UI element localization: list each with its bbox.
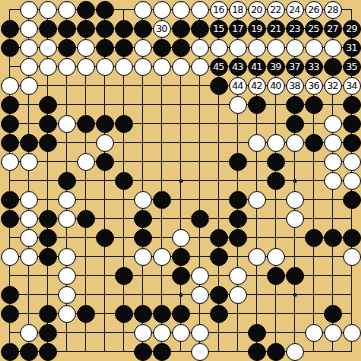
move-number-label: 41 xyxy=(251,62,262,72)
white-stone xyxy=(248,134,266,152)
black-stone xyxy=(115,305,133,323)
black-stone xyxy=(96,1,114,19)
black-stone: 15 xyxy=(210,20,228,38)
black-stone xyxy=(343,134,361,152)
move-number-label: 40 xyxy=(270,81,281,91)
white-stone: 26 xyxy=(305,1,323,19)
black-stone xyxy=(210,305,228,323)
black-stone xyxy=(210,286,228,304)
move-number-label: 23 xyxy=(289,24,300,34)
move-number-label: 45 xyxy=(213,62,224,72)
black-stone xyxy=(191,20,209,38)
white-stone xyxy=(305,324,323,342)
black-stone xyxy=(115,39,133,57)
white-stone xyxy=(172,58,190,76)
black-stone xyxy=(115,267,133,285)
move-number-label: 19 xyxy=(251,24,262,34)
black-stone xyxy=(96,229,114,247)
black-stone xyxy=(210,248,228,266)
move-number-label: 29 xyxy=(346,24,357,34)
black-stone xyxy=(39,210,57,228)
white-stone xyxy=(1,153,19,171)
white-stone xyxy=(191,58,209,76)
black-stone: 37 xyxy=(286,58,304,76)
white-stone xyxy=(39,1,57,19)
white-stone xyxy=(191,267,209,285)
star-point xyxy=(179,179,183,183)
black-stone xyxy=(58,39,76,57)
move-number-label: 38 xyxy=(289,81,300,91)
black-stone: 25 xyxy=(305,20,323,38)
white-stone xyxy=(248,39,266,57)
move-number-label: 17 xyxy=(232,24,243,34)
white-stone xyxy=(39,58,57,76)
move-number-label: 34 xyxy=(346,81,357,91)
white-stone xyxy=(324,39,342,57)
move-number-label: 43 xyxy=(232,62,243,72)
black-stone xyxy=(96,20,114,38)
white-stone xyxy=(267,248,285,266)
black-stone xyxy=(134,210,152,228)
black-stone: 21 xyxy=(267,20,285,38)
black-stone xyxy=(172,267,190,285)
black-stone xyxy=(305,229,323,247)
move-number-label: 24 xyxy=(289,5,300,15)
move-number-label: 22 xyxy=(270,5,281,15)
white-stone xyxy=(153,58,171,76)
black-stone xyxy=(1,115,19,133)
black-stone xyxy=(153,343,171,361)
black-stone xyxy=(1,286,19,304)
white-stone: 42 xyxy=(248,77,266,95)
white-stone xyxy=(286,191,304,209)
black-stone xyxy=(324,229,342,247)
black-stone xyxy=(153,39,171,57)
move-number-label: 44 xyxy=(232,81,243,91)
white-stone xyxy=(96,134,114,152)
move-number-label: 37 xyxy=(289,62,300,72)
move-number-label: 33 xyxy=(308,62,319,72)
black-stone xyxy=(20,134,38,152)
black-stone xyxy=(1,210,19,228)
black-stone xyxy=(267,343,285,361)
white-stone xyxy=(20,58,38,76)
white-stone xyxy=(324,153,342,171)
white-stone xyxy=(20,77,38,95)
black-stone xyxy=(172,248,190,266)
white-stone xyxy=(324,134,342,152)
white-stone: 32 xyxy=(324,77,342,95)
white-stone xyxy=(172,229,190,247)
black-stone: 45 xyxy=(210,58,228,76)
white-stone xyxy=(20,20,38,38)
white-stone xyxy=(58,248,76,266)
black-stone xyxy=(248,324,266,342)
black-stone xyxy=(96,153,114,171)
white-stone xyxy=(77,153,95,171)
white-stone xyxy=(343,324,361,342)
black-stone xyxy=(1,305,19,323)
white-stone: 40 xyxy=(267,77,285,95)
white-stone xyxy=(58,115,76,133)
black-stone: 23 xyxy=(286,20,304,38)
move-number-label: 31 xyxy=(346,43,357,53)
black-stone xyxy=(134,343,152,361)
black-stone xyxy=(343,191,361,209)
black-stone xyxy=(96,115,114,133)
white-stone xyxy=(20,39,38,57)
black-stone: 39 xyxy=(267,58,285,76)
white-stone xyxy=(229,267,247,285)
black-stone: 27 xyxy=(324,20,342,38)
black-stone: 29 xyxy=(343,20,361,38)
white-stone xyxy=(1,77,19,95)
white-stone xyxy=(96,58,114,76)
black-stone xyxy=(343,229,361,247)
black-stone xyxy=(115,115,133,133)
white-stone: 38 xyxy=(286,77,304,95)
move-number-label: 30 xyxy=(156,24,167,34)
black-stone xyxy=(286,267,304,285)
white-stone xyxy=(134,39,152,57)
black-stone: 35 xyxy=(343,58,361,76)
black-stone xyxy=(58,172,76,190)
black-stone xyxy=(77,210,95,228)
white-stone xyxy=(77,39,95,57)
black-stone: 31 xyxy=(343,39,361,57)
white-stone xyxy=(134,1,152,19)
black-stone xyxy=(1,134,19,152)
white-stone xyxy=(134,191,152,209)
white-stone xyxy=(20,324,38,342)
black-stone xyxy=(1,191,19,209)
white-stone: 34 xyxy=(343,77,361,95)
white-stone xyxy=(172,324,190,342)
black-stone xyxy=(1,39,19,57)
white-stone: 24 xyxy=(286,1,304,19)
move-number-label: 32 xyxy=(327,81,338,91)
black-stone xyxy=(324,305,342,323)
black-stone xyxy=(191,210,209,228)
white-stone: 20 xyxy=(248,1,266,19)
white-stone xyxy=(20,1,38,19)
black-stone xyxy=(210,77,228,95)
white-stone xyxy=(20,210,38,228)
black-stone xyxy=(229,229,247,247)
move-number-label: 27 xyxy=(327,24,338,34)
move-number-label: 28 xyxy=(327,5,338,15)
black-stone xyxy=(248,343,266,361)
move-number-label: 25 xyxy=(308,24,319,34)
black-stone xyxy=(286,96,304,114)
white-stone xyxy=(191,286,209,304)
white-stone xyxy=(248,248,266,266)
star-point xyxy=(293,293,297,297)
black-stone xyxy=(343,96,361,114)
white-stone xyxy=(58,1,76,19)
white-stone xyxy=(343,172,361,190)
go-board[interactable]: 1618202224262830151719212325272931454341… xyxy=(0,0,361,361)
move-number-label: 16 xyxy=(213,5,224,15)
black-stone xyxy=(1,20,19,38)
move-number-label: 39 xyxy=(270,62,281,72)
white-stone xyxy=(20,248,38,266)
white-stone: 36 xyxy=(305,77,323,95)
black-stone xyxy=(172,20,190,38)
black-stone xyxy=(305,96,323,114)
white-stone xyxy=(210,39,228,57)
white-stone xyxy=(267,134,285,152)
white-stone xyxy=(324,324,342,342)
white-stone: 44 xyxy=(229,77,247,95)
white-stone xyxy=(286,343,304,361)
white-stone: 28 xyxy=(324,1,342,19)
black-stone xyxy=(210,229,228,247)
black-stone xyxy=(229,191,247,209)
black-stone xyxy=(1,343,19,361)
black-stone xyxy=(39,134,57,152)
black-stone xyxy=(39,115,57,133)
move-number-label: 36 xyxy=(308,81,319,91)
white-stone xyxy=(229,96,247,114)
white-stone xyxy=(191,343,209,361)
star-point xyxy=(179,293,183,297)
black-stone xyxy=(153,305,171,323)
white-stone xyxy=(153,248,171,266)
black-stone: 19 xyxy=(248,20,266,38)
white-stone xyxy=(172,1,190,19)
black-stone xyxy=(286,115,304,133)
black-stone xyxy=(153,191,171,209)
white-stone xyxy=(58,191,76,209)
black-stone xyxy=(77,20,95,38)
black-stone xyxy=(1,96,19,114)
white-stone xyxy=(248,191,266,209)
black-stone xyxy=(267,153,285,171)
white-stone xyxy=(324,172,342,190)
black-stone xyxy=(39,324,57,342)
white-stone: 18 xyxy=(229,1,247,19)
black-stone xyxy=(77,1,95,19)
black-stone xyxy=(96,39,114,57)
black-stone: 41 xyxy=(248,58,266,76)
white-stone xyxy=(115,58,133,76)
white-stone xyxy=(58,210,76,228)
white-stone: 22 xyxy=(267,1,285,19)
black-stone xyxy=(134,229,152,247)
white-stone xyxy=(58,305,76,323)
white-stone xyxy=(153,1,171,19)
white-stone xyxy=(267,39,285,57)
black-stone xyxy=(39,229,57,247)
move-number-label: 35 xyxy=(346,62,357,72)
move-number-label: 26 xyxy=(308,5,319,15)
white-stone xyxy=(39,39,57,57)
white-stone xyxy=(229,286,247,304)
black-stone xyxy=(39,343,57,361)
black-stone xyxy=(39,248,57,266)
black-stone xyxy=(267,172,285,190)
white-stone xyxy=(191,1,209,19)
black-stone xyxy=(248,96,266,114)
move-number-label: 15 xyxy=(213,24,224,34)
move-number-label: 42 xyxy=(251,81,262,91)
white-stone: 30 xyxy=(153,20,171,38)
white-stone xyxy=(286,134,304,152)
white-stone xyxy=(134,324,152,342)
white-stone xyxy=(77,58,95,76)
white-stone xyxy=(58,267,76,285)
white-stone xyxy=(286,39,304,57)
white-stone: 16 xyxy=(210,1,228,19)
black-stone xyxy=(39,305,57,323)
white-stone xyxy=(286,210,304,228)
black-stone xyxy=(229,210,247,228)
white-stone xyxy=(20,191,38,209)
white-stone xyxy=(134,58,152,76)
black-stone xyxy=(134,20,152,38)
white-stone xyxy=(134,248,152,266)
black-stone xyxy=(20,343,38,361)
black-stone: 33 xyxy=(305,58,323,76)
black-stone xyxy=(172,305,190,323)
white-stone xyxy=(229,39,247,57)
black-stone xyxy=(39,20,57,38)
white-stone xyxy=(324,115,342,133)
black-stone xyxy=(115,20,133,38)
white-stone xyxy=(191,39,209,57)
black-stone xyxy=(58,20,76,38)
black-stone xyxy=(77,305,95,323)
star-point xyxy=(293,179,297,183)
white-stone xyxy=(153,324,171,342)
white-stone xyxy=(343,248,361,266)
black-stone: 43 xyxy=(229,58,247,76)
move-number-label: 20 xyxy=(251,5,262,15)
black-stone xyxy=(343,115,361,133)
black-stone xyxy=(172,39,190,57)
black-stone: 17 xyxy=(229,20,247,38)
white-stone xyxy=(305,39,323,57)
move-number-label: 21 xyxy=(270,24,281,34)
white-stone xyxy=(58,58,76,76)
black-stone xyxy=(77,115,95,133)
white-stone xyxy=(191,324,209,342)
white-stone xyxy=(20,229,38,247)
black-stone xyxy=(39,96,57,114)
black-stone xyxy=(324,58,342,76)
black-stone xyxy=(305,134,323,152)
white-stone xyxy=(1,248,19,266)
white-stone xyxy=(343,153,361,171)
black-stone xyxy=(267,267,285,285)
white-stone xyxy=(20,153,38,171)
black-stone xyxy=(115,172,133,190)
white-stone xyxy=(58,286,76,304)
black-stone xyxy=(134,305,152,323)
move-number-label: 18 xyxy=(232,5,243,15)
black-stone xyxy=(229,153,247,171)
